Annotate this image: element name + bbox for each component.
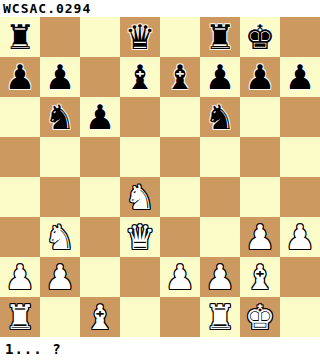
piece-white-knight[interactable]: ♞ <box>125 177 155 217</box>
square-d3[interactable]: ♛ <box>120 217 160 257</box>
square-e2[interactable]: ♟ <box>160 257 200 297</box>
piece-white-queen[interactable]: ♛ <box>125 217 155 257</box>
square-h8[interactable] <box>280 17 320 57</box>
piece-black-bishop[interactable]: ♝ <box>165 57 195 97</box>
square-b5[interactable] <box>40 137 80 177</box>
piece-black-pawn[interactable]: ♟ <box>205 57 235 97</box>
square-a3[interactable] <box>0 217 40 257</box>
piece-black-king[interactable]: ♚ <box>245 17 275 57</box>
square-b8[interactable] <box>40 17 80 57</box>
page-title: WCSAC.0294 <box>3 0 91 17</box>
square-b3[interactable]: ♞ <box>40 217 80 257</box>
square-h3[interactable]: ♟ <box>280 217 320 257</box>
piece-white-pawn[interactable]: ♟ <box>285 217 315 257</box>
piece-white-king[interactable]: ♚ <box>245 297 275 337</box>
square-c6[interactable]: ♟ <box>80 97 120 137</box>
square-h7[interactable]: ♟ <box>280 57 320 97</box>
square-b4[interactable] <box>40 177 80 217</box>
square-d7[interactable]: ♝ <box>120 57 160 97</box>
move-prompt: 1... ? <box>5 341 62 357</box>
square-g4[interactable] <box>240 177 280 217</box>
piece-black-pawn[interactable]: ♟ <box>5 57 35 97</box>
square-g8[interactable]: ♚ <box>240 17 280 57</box>
square-a7[interactable]: ♟ <box>0 57 40 97</box>
square-h5[interactable] <box>280 137 320 177</box>
square-d4[interactable]: ♞ <box>120 177 160 217</box>
piece-black-queen[interactable]: ♛ <box>125 17 155 57</box>
square-b6[interactable]: ♞ <box>40 97 80 137</box>
piece-black-knight[interactable]: ♞ <box>45 97 75 137</box>
square-h2[interactable] <box>280 257 320 297</box>
square-a6[interactable] <box>0 97 40 137</box>
piece-black-pawn[interactable]: ♟ <box>85 97 115 137</box>
square-c8[interactable] <box>80 17 120 57</box>
square-h1[interactable] <box>280 297 320 337</box>
square-f4[interactable] <box>200 177 240 217</box>
title-bar: WCSAC.0294 <box>0 0 320 17</box>
square-f8[interactable]: ♜ <box>200 17 240 57</box>
piece-white-pawn[interactable]: ♟ <box>45 257 75 297</box>
square-e6[interactable] <box>160 97 200 137</box>
square-e3[interactable] <box>160 217 200 257</box>
square-b7[interactable]: ♟ <box>40 57 80 97</box>
piece-white-bishop[interactable]: ♝ <box>85 297 115 337</box>
piece-black-rook[interactable]: ♜ <box>205 17 235 57</box>
square-e4[interactable] <box>160 177 200 217</box>
square-f6[interactable]: ♞ <box>200 97 240 137</box>
piece-black-pawn[interactable]: ♟ <box>285 57 315 97</box>
piece-black-pawn[interactable]: ♟ <box>245 57 275 97</box>
square-f7[interactable]: ♟ <box>200 57 240 97</box>
square-a4[interactable] <box>0 177 40 217</box>
square-d6[interactable] <box>120 97 160 137</box>
square-a1[interactable]: ♜ <box>0 297 40 337</box>
square-g6[interactable] <box>240 97 280 137</box>
piece-white-pawn[interactable]: ♟ <box>165 257 195 297</box>
piece-white-knight[interactable]: ♞ <box>45 217 75 257</box>
square-h6[interactable] <box>280 97 320 137</box>
piece-black-bishop[interactable]: ♝ <box>125 57 155 97</box>
square-b1[interactable] <box>40 297 80 337</box>
square-f5[interactable] <box>200 137 240 177</box>
caption-bar: 1... ? <box>0 337 320 360</box>
square-h4[interactable] <box>280 177 320 217</box>
square-g1[interactable]: ♚ <box>240 297 280 337</box>
piece-white-pawn[interactable]: ♟ <box>245 217 275 257</box>
square-b2[interactable]: ♟ <box>40 257 80 297</box>
piece-black-rook[interactable]: ♜ <box>5 17 35 57</box>
square-a8[interactable]: ♜ <box>0 17 40 57</box>
square-e7[interactable]: ♝ <box>160 57 200 97</box>
chess-board: ♜♛♜♚♟♟♝♝♟♟♟♞♟♞♞♞♛♟♟♟♟♟♟♝♜♝♜♚ <box>0 17 320 337</box>
square-d1[interactable] <box>120 297 160 337</box>
piece-white-pawn[interactable]: ♟ <box>205 257 235 297</box>
square-f2[interactable]: ♟ <box>200 257 240 297</box>
piece-white-rook[interactable]: ♜ <box>205 297 235 337</box>
square-c5[interactable] <box>80 137 120 177</box>
square-e8[interactable] <box>160 17 200 57</box>
piece-white-rook[interactable]: ♜ <box>5 297 35 337</box>
square-d8[interactable]: ♛ <box>120 17 160 57</box>
square-g7[interactable]: ♟ <box>240 57 280 97</box>
square-c7[interactable] <box>80 57 120 97</box>
square-e5[interactable] <box>160 137 200 177</box>
square-c1[interactable]: ♝ <box>80 297 120 337</box>
square-a2[interactable]: ♟ <box>0 257 40 297</box>
piece-black-knight[interactable]: ♞ <box>205 97 235 137</box>
square-g3[interactable]: ♟ <box>240 217 280 257</box>
square-e1[interactable] <box>160 297 200 337</box>
square-c3[interactable] <box>80 217 120 257</box>
piece-white-pawn[interactable]: ♟ <box>5 257 35 297</box>
piece-white-bishop[interactable]: ♝ <box>245 257 275 297</box>
chess-puzzle-diagram: WCSAC.0294 ♜♛♜♚♟♟♝♝♟♟♟♞♟♞♞♞♛♟♟♟♟♟♟♝♜♝♜♚ … <box>0 0 320 360</box>
square-a5[interactable] <box>0 137 40 177</box>
piece-black-pawn[interactable]: ♟ <box>45 57 75 97</box>
square-g2[interactable]: ♝ <box>240 257 280 297</box>
square-f3[interactable] <box>200 217 240 257</box>
square-c2[interactable] <box>80 257 120 297</box>
square-d5[interactable] <box>120 137 160 177</box>
square-c4[interactable] <box>80 177 120 217</box>
square-d2[interactable] <box>120 257 160 297</box>
square-g5[interactable] <box>240 137 280 177</box>
square-f1[interactable]: ♜ <box>200 297 240 337</box>
